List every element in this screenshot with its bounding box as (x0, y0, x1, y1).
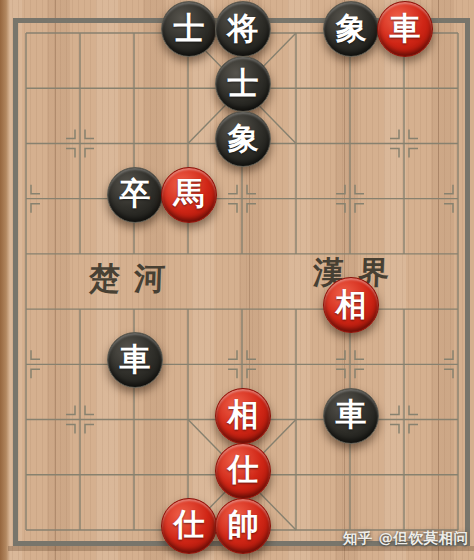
piece-glyph: 仕 (228, 454, 259, 485)
piece-red-horse[interactable]: 馬 (161, 167, 217, 223)
piece-glyph: 車 (120, 344, 151, 375)
piece-red-general[interactable]: 帥 (215, 498, 271, 554)
piece-glyph: 将 (228, 13, 259, 44)
piece-glyph: 車 (390, 13, 421, 44)
watermark-zhihu: 知乎 @但饮莫相问 (343, 529, 469, 548)
piece-black-soldier[interactable]: 卒 (107, 167, 163, 223)
piece-glyph: 士 (174, 13, 205, 44)
piece-black-advisor[interactable]: 士 (215, 56, 271, 112)
piece-glyph: 仕 (174, 509, 205, 540)
piece-glyph: 象 (228, 123, 259, 154)
piece-red-elephant[interactable]: 相 (215, 388, 271, 444)
piece-glyph: 象 (336, 13, 367, 44)
piece-black-elephant[interactable]: 象 (323, 1, 379, 57)
piece-black-chariot[interactable]: 車 (107, 332, 163, 388)
piece-black-chariot[interactable]: 車 (323, 388, 379, 444)
piece-red-elephant[interactable]: 相 (323, 277, 379, 333)
piece-glyph: 車 (336, 399, 367, 430)
piece-red-advisor[interactable]: 仕 (161, 498, 217, 554)
piece-glyph: 帥 (228, 509, 259, 540)
piece-red-advisor[interactable]: 仕 (215, 443, 271, 499)
piece-glyph: 士 (228, 68, 259, 99)
river-label-chu-he: 楚河 (88, 258, 179, 300)
piece-red-chariot[interactable]: 車 (377, 1, 433, 57)
piece-glyph: 相 (336, 289, 367, 320)
piece-black-advisor[interactable]: 士 (161, 1, 217, 57)
piece-glyph: 馬 (174, 178, 205, 209)
piece-glyph: 卒 (120, 178, 151, 209)
xiangqi-board-photo: 楚河 漢界 士将象車士象卒馬相車相車仕仕帥 知乎 @但饮莫相问 (0, 0, 474, 560)
piece-black-general[interactable]: 将 (215, 1, 271, 57)
piece-glyph: 相 (228, 399, 259, 430)
